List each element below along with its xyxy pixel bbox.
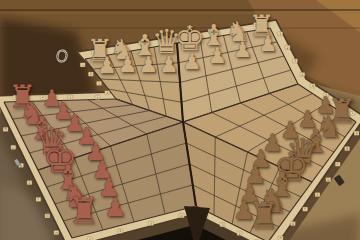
coordinate-label: B bbox=[4, 127, 6, 131]
coordinate-label: 3 bbox=[221, 223, 223, 227]
coordinate-label: 4 bbox=[312, 84, 314, 88]
coordinate-label: F bbox=[304, 207, 306, 211]
coordinate-label: 4 bbox=[97, 96, 99, 100]
piece-far-p-file4[interactable]: ♟ bbox=[159, 53, 179, 75]
piece-far-p-file5[interactable]: ♟ bbox=[182, 50, 202, 72]
coordinate-label: E bbox=[28, 181, 30, 185]
photo-of-three-player-chess-set: ABCDEFGH11223344ABCDEFGH11223344ABCDEFGH… bbox=[0, 0, 360, 240]
piece-right-r-file8[interactable]: ♜ bbox=[247, 198, 279, 234]
piece-far-p-file1[interactable]: ♟ bbox=[97, 54, 117, 76]
coordinate-label: F bbox=[37, 197, 39, 201]
coordinate-label: E bbox=[316, 193, 318, 197]
coordinate-label: 3 bbox=[294, 59, 296, 63]
coordinate-label: 2 bbox=[238, 232, 240, 236]
coordinate-label: 4 bbox=[301, 73, 303, 77]
coordinate-label: 4 bbox=[181, 214, 183, 218]
piece-far-p-file2[interactable]: ♟ bbox=[118, 54, 138, 76]
coordinate-label: 3 bbox=[150, 222, 152, 226]
coordinate-label: 4 bbox=[106, 91, 108, 95]
coordinate-label: 1 bbox=[279, 32, 281, 36]
piece-far-p-file3[interactable]: ♟ bbox=[138, 54, 158, 76]
coordinate-label: 2 bbox=[90, 72, 92, 76]
piece-far-p-file8[interactable]: ♟ bbox=[258, 33, 277, 55]
piece-left-p-file8[interactable]: ♟ bbox=[104, 194, 127, 219]
coordinate-label: 2 bbox=[119, 229, 121, 233]
piece-far-p-file6[interactable]: ♟ bbox=[207, 45, 227, 67]
coordinate-label: 3 bbox=[98, 82, 100, 86]
coordinate-label: 1 bbox=[82, 63, 84, 67]
coordinate-label: B bbox=[346, 147, 348, 151]
coordinate-label: 2 bbox=[287, 46, 289, 50]
piece-left-r-file8[interactable]: ♜ bbox=[67, 194, 99, 230]
piece-far-p-file7[interactable]: ♟ bbox=[233, 39, 252, 61]
